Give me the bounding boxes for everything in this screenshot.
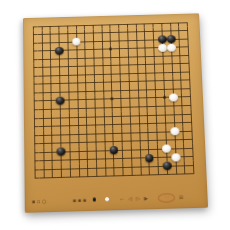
board-intersection[interactable] (57, 147, 66, 156)
board-intersection[interactable] (144, 136, 153, 145)
board-intersection[interactable] (128, 171, 137, 180)
board-intersection[interactable] (46, 22, 55, 30)
board-intersection[interactable] (48, 130, 57, 139)
board-intersection[interactable] (135, 119, 144, 128)
board-intersection[interactable] (81, 79, 90, 88)
board-intersection[interactable] (185, 68, 194, 77)
board-intersection[interactable] (177, 76, 186, 85)
board-intersection[interactable] (154, 162, 163, 171)
board-intersection[interactable] (38, 47, 47, 55)
board-intersection[interactable] (81, 71, 90, 80)
board-intersection[interactable] (175, 43, 184, 51)
board-intersection[interactable] (72, 30, 81, 38)
board-intersection[interactable] (124, 61, 133, 70)
board-intersection[interactable] (110, 154, 119, 163)
board-intersection[interactable] (84, 172, 93, 181)
board-intersection[interactable] (134, 94, 143, 103)
board-intersection[interactable] (176, 51, 185, 60)
board-intersection[interactable] (188, 135, 197, 144)
board-intersection[interactable] (39, 156, 48, 165)
board-intersection[interactable] (160, 102, 169, 111)
board-intersection[interactable] (145, 171, 154, 180)
board-intersection[interactable] (82, 121, 91, 130)
board-intersection[interactable] (109, 120, 118, 129)
board-intersection[interactable] (55, 71, 64, 80)
board-intersection[interactable] (30, 122, 39, 131)
board-intersection[interactable] (29, 47, 38, 55)
board-intersection[interactable] (161, 119, 170, 128)
board-intersection[interactable] (57, 156, 66, 165)
board-intersection[interactable] (167, 52, 176, 61)
board-intersection[interactable] (101, 172, 110, 181)
board-intersection[interactable] (178, 118, 187, 127)
board-intersection[interactable] (179, 135, 188, 144)
board-intersection[interactable] (127, 154, 136, 163)
board-intersection[interactable] (29, 31, 38, 39)
board-intersection[interactable] (134, 103, 143, 112)
board-intersection[interactable] (136, 171, 145, 180)
board-intersection[interactable] (47, 71, 56, 80)
board-intersection[interactable] (175, 27, 184, 35)
board-intersection[interactable] (116, 78, 125, 87)
board-intersection[interactable] (73, 62, 82, 71)
board-intersection[interactable] (124, 36, 133, 44)
nav-button-3[interactable]: ▶ (143, 195, 149, 200)
board-intersection[interactable] (143, 102, 152, 111)
board-intersection[interactable] (150, 60, 159, 69)
board-intersection[interactable] (171, 153, 180, 162)
board-intersection[interactable] (39, 105, 48, 114)
board-intersection[interactable] (81, 46, 90, 54)
board-intersection[interactable] (98, 53, 107, 62)
board-intersection[interactable] (133, 77, 142, 86)
board-intersection[interactable] (39, 165, 48, 174)
board-intersection[interactable] (55, 63, 64, 72)
board-intersection[interactable] (101, 155, 110, 164)
board-intersection[interactable] (92, 164, 101, 173)
board-intersection[interactable] (132, 28, 141, 36)
board-intersection[interactable] (127, 137, 136, 146)
board-intersection[interactable] (48, 148, 57, 157)
board-intersection[interactable] (142, 77, 151, 86)
board-intersection[interactable] (99, 95, 108, 104)
board-intersection[interactable] (163, 162, 172, 171)
board-intersection[interactable] (81, 62, 90, 71)
board-intersection[interactable] (187, 118, 196, 127)
board-intersection[interactable] (188, 127, 197, 136)
nav-button-1[interactable]: ◁ (127, 196, 133, 201)
board-intersection[interactable] (64, 46, 73, 54)
board-intersection[interactable] (108, 86, 117, 95)
nav-button-0[interactable]: ⌐ (119, 196, 125, 201)
board-intersection[interactable] (101, 163, 110, 172)
board-intersection[interactable] (107, 53, 116, 62)
board-intersection[interactable] (124, 45, 133, 53)
board-intersection[interactable] (141, 36, 150, 44)
board-intersection[interactable] (168, 68, 177, 77)
board-intersection[interactable] (152, 111, 161, 120)
board-intersection[interactable] (100, 120, 109, 129)
board-intersection[interactable] (56, 113, 65, 122)
board-intersection[interactable] (48, 165, 57, 174)
board-intersection[interactable] (99, 87, 108, 96)
board-intersection[interactable] (170, 127, 179, 136)
board-intersection[interactable] (159, 77, 168, 86)
board-intersection[interactable] (188, 144, 197, 153)
board-intersection[interactable] (142, 69, 151, 78)
board-intersection[interactable] (170, 119, 179, 128)
board-intersection[interactable] (144, 145, 153, 154)
board-intersection[interactable] (116, 86, 125, 95)
board-intersection[interactable] (55, 22, 64, 30)
board-intersection[interactable] (64, 63, 73, 72)
board-intersection[interactable] (37, 22, 46, 30)
board-intersection[interactable] (132, 20, 141, 28)
board-intersection[interactable] (106, 37, 115, 45)
board-intersection[interactable] (125, 94, 134, 103)
board-intersection[interactable] (149, 19, 158, 27)
board-intersection[interactable] (55, 46, 64, 54)
board-intersection[interactable] (169, 93, 178, 102)
board-intersection[interactable] (136, 162, 145, 171)
board-intersection[interactable] (119, 163, 128, 172)
board-intersection[interactable] (176, 68, 185, 77)
board-intersection[interactable] (46, 47, 55, 55)
board-intersection[interactable] (153, 145, 162, 154)
board-intersection[interactable] (98, 45, 107, 53)
board-intersection[interactable] (90, 62, 99, 71)
board-intersection[interactable] (72, 38, 81, 46)
board-intersection[interactable] (186, 84, 195, 93)
board-intersection[interactable] (56, 88, 65, 97)
board-intersection[interactable] (115, 37, 124, 45)
board-intersection[interactable] (118, 128, 127, 137)
board-intersection[interactable] (38, 55, 47, 64)
board-intersection[interactable] (183, 26, 192, 34)
board-intersection[interactable] (92, 146, 101, 155)
board-intersection[interactable] (82, 96, 91, 105)
board-intersection[interactable] (135, 111, 144, 120)
board-intersection[interactable] (126, 111, 135, 120)
board-intersection[interactable] (57, 165, 66, 174)
board-intersection[interactable] (110, 172, 119, 181)
board-intersection[interactable] (30, 157, 39, 166)
board-intersection[interactable] (55, 38, 64, 46)
board-intersection[interactable] (38, 88, 47, 97)
board-intersection[interactable] (48, 139, 57, 148)
board-intersection[interactable] (125, 78, 134, 87)
board-intersection[interactable] (83, 138, 92, 147)
board-intersection[interactable] (110, 163, 119, 172)
board-intersection[interactable] (186, 101, 195, 110)
board-intersection[interactable] (30, 131, 39, 140)
board-intersection[interactable] (65, 147, 74, 156)
board-intersection[interactable] (83, 155, 92, 164)
board-intersection[interactable] (47, 97, 56, 106)
board-intersection[interactable] (39, 174, 48, 183)
board-intersection[interactable] (158, 52, 167, 61)
board-intersection[interactable] (38, 39, 47, 47)
board-intersection[interactable] (92, 155, 101, 164)
board-intersection[interactable] (56, 130, 65, 139)
board-intersection[interactable] (107, 62, 116, 71)
board-intersection[interactable] (39, 122, 48, 131)
board-intersection[interactable] (159, 60, 168, 69)
board-intersection[interactable] (30, 165, 39, 174)
board-intersection[interactable] (145, 153, 154, 162)
board-intersection[interactable] (133, 61, 142, 70)
board-intersection[interactable] (89, 29, 98, 37)
board-intersection[interactable] (118, 146, 127, 155)
board-intersection[interactable] (30, 114, 39, 123)
board-intersection[interactable] (141, 52, 150, 61)
board-intersection[interactable] (73, 79, 82, 88)
board-intersection[interactable] (99, 104, 108, 113)
board-intersection[interactable] (133, 69, 142, 78)
board-intersection[interactable] (158, 27, 167, 35)
board-intersection[interactable] (47, 113, 56, 122)
board-intersection[interactable] (29, 55, 38, 64)
board-intersection[interactable] (178, 110, 187, 119)
board-intersection[interactable] (183, 18, 192, 26)
board-intersection[interactable] (143, 94, 152, 103)
board-intersection[interactable] (181, 170, 190, 179)
board-intersection[interactable] (90, 54, 99, 63)
board-intersection[interactable] (176, 60, 185, 69)
board-intersection[interactable] (29, 39, 38, 47)
board-intersection[interactable] (109, 146, 118, 155)
board-intersection[interactable] (126, 120, 135, 129)
board-intersection[interactable] (152, 102, 161, 111)
board-intersection[interactable] (82, 104, 91, 113)
board-intersection[interactable] (91, 129, 100, 138)
board-intersection[interactable] (160, 93, 169, 102)
board-intersection[interactable] (126, 103, 135, 112)
board-intersection[interactable] (73, 87, 82, 96)
board-intersection[interactable] (151, 77, 160, 86)
board-intersection[interactable] (177, 85, 186, 94)
board-intersection[interactable] (158, 44, 167, 52)
board-intersection[interactable] (66, 164, 75, 173)
board-intersection[interactable] (65, 113, 74, 122)
board-intersection[interactable] (179, 127, 188, 136)
board-intersection[interactable] (125, 86, 134, 95)
board-intersection[interactable] (161, 110, 170, 119)
board-intersection[interactable] (99, 70, 108, 79)
board-intersection[interactable] (100, 129, 109, 138)
board-intersection[interactable] (115, 53, 124, 62)
board-intersection[interactable] (107, 78, 116, 87)
board-intersection[interactable] (153, 153, 162, 162)
board-intersection[interactable] (92, 138, 101, 147)
board-intersection[interactable] (80, 29, 89, 37)
nav-button-2[interactable]: ▷ (135, 196, 141, 201)
board-intersection[interactable] (117, 112, 126, 121)
board-intersection[interactable] (39, 114, 48, 123)
board-intersection[interactable] (101, 146, 110, 155)
board-intersection[interactable] (48, 173, 57, 182)
board-intersection[interactable] (81, 54, 90, 63)
board-intersection[interactable] (56, 139, 65, 148)
board-intersection[interactable] (38, 80, 47, 89)
board-intersection[interactable] (106, 20, 115, 28)
board-intersection[interactable] (98, 29, 107, 37)
board-intersection[interactable] (166, 27, 175, 35)
board-intersection[interactable] (126, 128, 135, 137)
board-intersection[interactable] (81, 37, 90, 45)
board-intersection[interactable] (115, 28, 124, 36)
board-intersection[interactable] (65, 138, 74, 147)
board-intersection[interactable] (39, 148, 48, 157)
board-intersection[interactable] (117, 95, 126, 104)
board-intersection[interactable] (123, 20, 132, 28)
board-intersection[interactable] (149, 27, 158, 35)
board-intersection[interactable] (186, 93, 195, 102)
board-intersection[interactable] (132, 44, 141, 52)
board-intersection[interactable] (47, 88, 56, 97)
board-intersection[interactable] (123, 28, 132, 36)
board-intersection[interactable] (72, 46, 81, 54)
board-intersection[interactable] (64, 79, 73, 88)
board-intersection[interactable] (132, 36, 141, 44)
board-intersection[interactable] (98, 37, 107, 45)
board-intersection[interactable] (135, 137, 144, 146)
board-intersection[interactable] (64, 71, 73, 80)
board-intersection[interactable] (169, 102, 178, 111)
board-intersection[interactable] (114, 20, 123, 28)
board-intersection[interactable] (127, 163, 136, 172)
board-intersection[interactable] (55, 30, 64, 38)
board-intersection[interactable] (144, 128, 153, 137)
board-intersection[interactable] (163, 170, 172, 179)
board-intersection[interactable] (166, 19, 175, 27)
board-intersection[interactable] (157, 19, 166, 27)
board-intersection[interactable] (72, 21, 81, 29)
board-intersection[interactable] (83, 164, 92, 173)
board-intersection[interactable] (39, 139, 48, 148)
board-intersection[interactable] (161, 127, 170, 136)
board-intersection[interactable] (38, 97, 47, 106)
board-intersection[interactable] (100, 112, 109, 121)
board-intersection[interactable] (184, 43, 193, 51)
board-intersection[interactable] (158, 35, 167, 43)
board-intersection[interactable] (151, 94, 160, 103)
board-intersection[interactable] (98, 62, 107, 71)
board-intersection[interactable] (30, 139, 39, 148)
board-intersection[interactable] (66, 156, 75, 165)
board-intersection[interactable] (80, 21, 89, 29)
board-intersection[interactable] (116, 70, 125, 79)
board-intersection[interactable] (117, 120, 126, 129)
board-intersection[interactable] (187, 110, 196, 119)
board-intersection[interactable] (185, 59, 194, 68)
board-intersection[interactable] (151, 85, 160, 94)
board-intersection[interactable] (46, 38, 55, 46)
board-intersection[interactable] (63, 30, 72, 38)
board-intersection[interactable] (64, 54, 73, 63)
board-intersection[interactable] (145, 162, 154, 171)
board-intersection[interactable] (74, 130, 83, 139)
board-intersection[interactable] (133, 53, 142, 62)
board-intersection[interactable] (29, 64, 38, 73)
board-intersection[interactable] (47, 122, 56, 131)
board-intersection[interactable] (64, 96, 73, 105)
board-intersection[interactable] (55, 55, 64, 64)
board-intersection[interactable] (66, 173, 75, 182)
board-intersection[interactable] (83, 129, 92, 138)
board-intersection[interactable] (99, 78, 108, 87)
board-intersection[interactable] (29, 23, 38, 31)
board-intersection[interactable] (170, 136, 179, 145)
board-intersection[interactable] (162, 153, 171, 162)
board-intersection[interactable] (136, 145, 145, 154)
board-intersection[interactable] (72, 54, 81, 63)
board-intersection[interactable] (108, 95, 117, 104)
board-intersection[interactable] (83, 147, 92, 156)
board-intersection[interactable] (140, 28, 149, 36)
board-intersection[interactable] (56, 105, 65, 114)
menu-icon[interactable]: ≡ (178, 194, 183, 200)
board-intersection[interactable] (189, 161, 198, 170)
board-intersection[interactable] (100, 137, 109, 146)
board-intersection[interactable] (141, 44, 150, 52)
board-intersection[interactable] (65, 121, 74, 130)
board-intersection[interactable] (90, 70, 99, 79)
board-intersection[interactable] (107, 45, 116, 53)
board-intersection[interactable] (167, 60, 176, 69)
board-intersection[interactable] (109, 129, 118, 138)
board-intersection[interactable] (140, 19, 149, 27)
board-intersection[interactable] (48, 156, 57, 165)
board-intersection[interactable] (97, 21, 106, 29)
board-intersection[interactable] (153, 127, 162, 136)
board-intersection[interactable] (166, 35, 175, 43)
board-intersection[interactable] (89, 45, 98, 53)
board-intersection[interactable] (89, 21, 98, 29)
board-intersection[interactable] (168, 85, 177, 94)
board-intersection[interactable] (47, 63, 56, 72)
board-intersection[interactable] (185, 76, 194, 85)
board-intersection[interactable] (65, 104, 74, 113)
board-intersection[interactable] (73, 96, 82, 105)
board-intersection[interactable] (75, 164, 84, 173)
board-intersection[interactable] (169, 110, 178, 119)
board-intersection[interactable] (31, 174, 40, 183)
board-intersection[interactable] (117, 103, 126, 112)
board-intersection[interactable] (73, 104, 82, 113)
board-intersection[interactable] (74, 155, 83, 164)
board-intersection[interactable] (92, 172, 101, 181)
board-intersection[interactable] (143, 111, 152, 120)
board-intersection[interactable] (127, 145, 136, 154)
board-intersection[interactable] (108, 103, 117, 112)
board-intersection[interactable] (73, 71, 82, 80)
board-intersection[interactable] (171, 161, 180, 170)
board-intersection[interactable] (56, 122, 65, 131)
board-intersection[interactable] (63, 38, 72, 46)
board-intersection[interactable] (162, 136, 171, 145)
board-intersection[interactable] (189, 169, 198, 178)
board-intersection[interactable] (180, 161, 189, 170)
board-intersection[interactable] (75, 173, 84, 182)
board-intersection[interactable] (134, 86, 143, 95)
board-intersection[interactable] (30, 105, 39, 114)
board-intersection[interactable] (162, 144, 171, 153)
board-intersection[interactable] (180, 144, 189, 153)
board-intersection[interactable] (160, 85, 169, 94)
board-intersection[interactable] (30, 148, 39, 157)
board-intersection[interactable] (124, 53, 133, 62)
